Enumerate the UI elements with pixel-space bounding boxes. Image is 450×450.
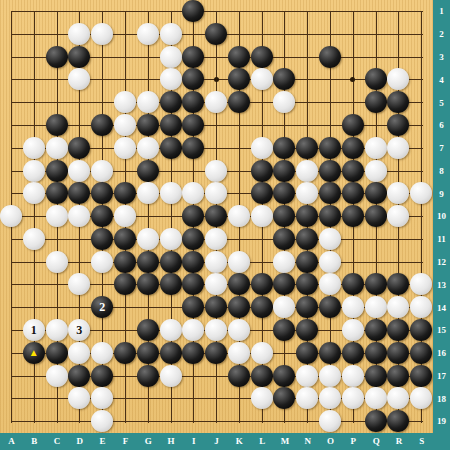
black-stone-G17[interactable]	[137, 365, 159, 387]
move-number-label: 2	[99, 301, 105, 313]
black-stone-C9[interactable]	[46, 182, 68, 204]
row-label-7: 7	[433, 137, 450, 160]
white-stone-G11[interactable]	[137, 228, 159, 250]
white-stone-K16[interactable]	[228, 342, 250, 364]
column-label-L: L	[251, 433, 274, 450]
black-stone-P7[interactable]	[342, 137, 364, 159]
white-stone-F5[interactable]	[114, 91, 136, 113]
white-stone-E19[interactable]	[91, 410, 113, 432]
black-stone-F11[interactable]	[114, 228, 136, 250]
white-stone-P14[interactable]	[342, 296, 364, 318]
row-label-3: 3	[433, 46, 450, 69]
white-stone-K10[interactable]	[228, 205, 250, 227]
black-stone-I3[interactable]	[182, 46, 204, 68]
black-stone-Q16[interactable]	[365, 342, 387, 364]
white-stone-S18[interactable]	[410, 387, 432, 409]
black-stone-R17[interactable]	[387, 365, 409, 387]
row-label-8: 8	[433, 159, 450, 182]
black-stone-L14[interactable]	[251, 296, 273, 318]
black-stone-D17[interactable]	[68, 365, 90, 387]
column-label-R: R	[388, 433, 411, 450]
white-stone-C10[interactable]	[46, 205, 68, 227]
column-label-N: N	[296, 433, 319, 450]
black-stone-N16[interactable]	[296, 342, 318, 364]
row-label-5: 5	[433, 91, 450, 114]
column-label-K: K	[228, 433, 251, 450]
black-stone-C16[interactable]	[46, 342, 68, 364]
star-point-J4	[214, 77, 219, 82]
white-stone-O19[interactable]	[319, 410, 341, 432]
black-stone-P8[interactable]	[342, 160, 364, 182]
black-stone-Q5[interactable]	[365, 91, 387, 113]
row-label-17: 17	[433, 365, 450, 388]
white-stone-M12[interactable]	[273, 251, 295, 273]
row-label-16: 16	[433, 342, 450, 365]
white-stone-L16[interactable]	[251, 342, 273, 364]
row-label-14: 14	[433, 296, 450, 319]
white-stone-Q18[interactable]	[365, 387, 387, 409]
row-label-2: 2	[433, 23, 450, 46]
column-label-F: F	[114, 433, 137, 450]
white-stone-S13[interactable]	[410, 273, 432, 295]
black-stone-Q10[interactable]	[365, 205, 387, 227]
black-stone-I16[interactable]	[182, 342, 204, 364]
white-stone-A10[interactable]	[0, 205, 22, 227]
black-stone-P6[interactable]	[342, 114, 364, 136]
black-stone-S15[interactable]	[410, 319, 432, 341]
black-stone-M17[interactable]	[273, 365, 295, 387]
column-label-O: O	[319, 433, 342, 450]
column-label-C: C	[46, 433, 69, 450]
black-stone-O3[interactable]	[319, 46, 341, 68]
white-stone-D8[interactable]	[68, 160, 90, 182]
black-stone-O8[interactable]	[319, 160, 341, 182]
white-stone-B15[interactable]: 1	[23, 319, 45, 341]
row-label-6: 6	[433, 114, 450, 137]
white-stone-H4[interactable]	[160, 68, 182, 90]
black-stone-H6[interactable]	[160, 114, 182, 136]
black-stone-O10[interactable]	[319, 205, 341, 227]
white-stone-H2[interactable]	[160, 23, 182, 45]
white-stone-Q7[interactable]	[365, 137, 387, 159]
white-stone-L10[interactable]	[251, 205, 273, 227]
white-stone-L4[interactable]	[251, 68, 273, 90]
column-label-P: P	[342, 433, 365, 450]
black-stone-S17[interactable]	[410, 365, 432, 387]
black-stone-H16[interactable]	[160, 342, 182, 364]
black-stone-Q9[interactable]	[365, 182, 387, 204]
black-stone-N11[interactable]	[296, 228, 318, 250]
black-stone-L3[interactable]	[251, 46, 273, 68]
white-stone-H11[interactable]	[160, 228, 182, 250]
white-stone-J15[interactable]	[205, 319, 227, 341]
black-stone-R19[interactable]	[387, 410, 409, 432]
black-stone-I7[interactable]	[182, 137, 204, 159]
black-stone-B16[interactable]: ▲	[23, 342, 45, 364]
white-stone-F10[interactable]	[114, 205, 136, 227]
white-stone-J12[interactable]	[205, 251, 227, 273]
white-stone-J11[interactable]	[205, 228, 227, 250]
white-stone-F7[interactable]	[114, 137, 136, 159]
white-stone-N8[interactable]	[296, 160, 318, 182]
black-stone-I11[interactable]	[182, 228, 204, 250]
black-stone-P9[interactable]	[342, 182, 364, 204]
black-stone-N12[interactable]	[296, 251, 318, 273]
black-stone-G12[interactable]	[137, 251, 159, 273]
row-label-9: 9	[433, 182, 450, 205]
black-stone-G6[interactable]	[137, 114, 159, 136]
column-label-G: G	[137, 433, 160, 450]
go-game-screenshot: 213▲ ABCDEFGHIJKLMNOPQRS 123456789101112…	[0, 0, 450, 450]
white-stone-N17[interactable]	[296, 365, 318, 387]
white-stone-O11[interactable]	[319, 228, 341, 250]
white-stone-B8[interactable]	[23, 160, 45, 182]
black-stone-K14[interactable]	[228, 296, 250, 318]
column-label-E: E	[91, 433, 114, 450]
black-stone-H12[interactable]	[160, 251, 182, 273]
white-stone-K15[interactable]	[228, 319, 250, 341]
black-stone-C6[interactable]	[46, 114, 68, 136]
column-label-H: H	[160, 433, 183, 450]
black-stone-J16[interactable]	[205, 342, 227, 364]
black-stone-M8[interactable]	[273, 160, 295, 182]
black-stone-K3[interactable]	[228, 46, 250, 68]
white-stone-H3[interactable]	[160, 46, 182, 68]
black-stone-H7[interactable]	[160, 137, 182, 159]
row-label-10: 10	[433, 205, 450, 228]
white-stone-E16[interactable]	[91, 342, 113, 364]
black-stone-E17[interactable]	[91, 365, 113, 387]
row-label-15: 15	[433, 319, 450, 342]
black-stone-S16[interactable]	[410, 342, 432, 364]
black-stone-K17[interactable]	[228, 365, 250, 387]
column-label-A: A	[0, 433, 23, 450]
row-label-11: 11	[433, 228, 450, 251]
row-label-4: 4	[433, 68, 450, 91]
column-labels-strip: ABCDEFGHIJKLMNOPQRS	[0, 433, 433, 450]
black-stone-Q15[interactable]	[365, 319, 387, 341]
black-stone-F16[interactable]	[114, 342, 136, 364]
black-stone-E6[interactable]	[91, 114, 113, 136]
black-stone-D3[interactable]	[68, 46, 90, 68]
white-stone-G9[interactable]	[137, 182, 159, 204]
white-stone-O17[interactable]	[319, 365, 341, 387]
white-stone-Q8[interactable]	[365, 160, 387, 182]
row-label-13: 13	[433, 273, 450, 296]
black-stone-C8[interactable]	[46, 160, 68, 182]
white-stone-S9[interactable]	[410, 182, 432, 204]
black-stone-Q13[interactable]	[365, 273, 387, 295]
white-stone-C12[interactable]	[46, 251, 68, 273]
white-stone-H9[interactable]	[160, 182, 182, 204]
black-stone-E11[interactable]	[91, 228, 113, 250]
white-stone-E2[interactable]	[91, 23, 113, 45]
white-stone-L7[interactable]	[251, 137, 273, 159]
black-stone-F12[interactable]	[114, 251, 136, 273]
white-stone-Q14[interactable]	[365, 296, 387, 318]
row-labels-strip: 12345678910111213141516171819	[433, 0, 450, 450]
column-label-D: D	[68, 433, 91, 450]
black-stone-O16[interactable]	[319, 342, 341, 364]
black-stone-K5[interactable]	[228, 91, 250, 113]
white-stone-C15[interactable]	[46, 319, 68, 341]
black-stone-P16[interactable]	[342, 342, 364, 364]
white-stone-P15[interactable]	[342, 319, 364, 341]
black-stone-C3[interactable]	[46, 46, 68, 68]
white-stone-C17[interactable]	[46, 365, 68, 387]
white-stone-E8[interactable]	[91, 160, 113, 182]
white-stone-E12[interactable]	[91, 251, 113, 273]
column-label-I: I	[182, 433, 205, 450]
black-stone-H13[interactable]	[160, 273, 182, 295]
white-stone-H15[interactable]	[160, 319, 182, 341]
white-stone-P17[interactable]	[342, 365, 364, 387]
white-stone-S14[interactable]	[410, 296, 432, 318]
white-stone-G2[interactable]	[137, 23, 159, 45]
row-label-18: 18	[433, 387, 450, 410]
white-stone-R7[interactable]	[387, 137, 409, 159]
white-stone-D2[interactable]	[68, 23, 90, 45]
white-stone-B9[interactable]	[23, 182, 45, 204]
column-label-S: S	[410, 433, 433, 450]
column-label-J: J	[205, 433, 228, 450]
row-label-12: 12	[433, 251, 450, 274]
white-stone-B7[interactable]	[23, 137, 45, 159]
white-stone-H17[interactable]	[160, 365, 182, 387]
black-stone-G16[interactable]	[137, 342, 159, 364]
black-stone-O7[interactable]	[319, 137, 341, 159]
row-label-19: 19	[433, 410, 450, 433]
black-stone-L8[interactable]	[251, 160, 273, 182]
white-stone-B11[interactable]	[23, 228, 45, 250]
black-stone-J2[interactable]	[205, 23, 227, 45]
white-stone-O12[interactable]	[319, 251, 341, 273]
column-label-Q: Q	[365, 433, 388, 450]
black-stone-H5[interactable]	[160, 91, 182, 113]
black-stone-P10[interactable]	[342, 205, 364, 227]
column-label-M: M	[274, 433, 297, 450]
move-number-label: 3	[76, 324, 82, 336]
white-stone-F6[interactable]	[114, 114, 136, 136]
black-stone-Q17[interactable]	[365, 365, 387, 387]
row-label-1: 1	[433, 0, 450, 23]
white-stone-K12[interactable]	[228, 251, 250, 273]
column-label-B: B	[23, 433, 46, 450]
black-stone-D7[interactable]	[68, 137, 90, 159]
black-stone-Q4[interactable]	[365, 68, 387, 90]
go-board[interactable]: 213▲	[0, 0, 433, 433]
white-stone-C7[interactable]	[46, 137, 68, 159]
black-stone-N7[interactable]	[296, 137, 318, 159]
white-stone-L18[interactable]	[251, 387, 273, 409]
black-stone-G15[interactable]	[137, 319, 159, 341]
black-stone-L9[interactable]	[251, 182, 273, 204]
white-stone-G5[interactable]	[137, 91, 159, 113]
black-stone-L17[interactable]	[251, 365, 273, 387]
white-stone-J8[interactable]	[205, 160, 227, 182]
black-stone-Q19[interactable]	[365, 410, 387, 432]
black-stone-G8[interactable]	[137, 160, 159, 182]
black-stone-I12[interactable]	[182, 251, 204, 273]
move-number-label: 1	[31, 324, 37, 336]
black-stone-L13[interactable]	[251, 273, 273, 295]
white-stone-G7[interactable]	[137, 137, 159, 159]
triangle-marker-icon: ▲	[29, 348, 39, 358]
